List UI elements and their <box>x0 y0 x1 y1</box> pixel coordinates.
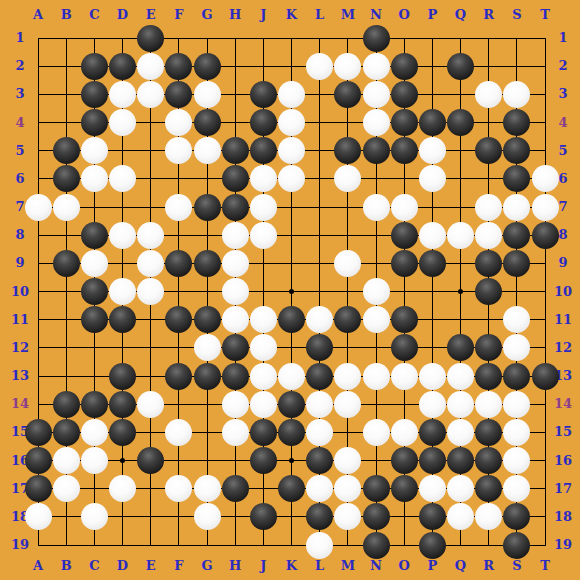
stone-S6[interactable] <box>503 165 530 192</box>
stone-H12[interactable] <box>222 334 249 361</box>
stone-L13[interactable] <box>306 363 333 390</box>
stone-O8[interactable] <box>391 222 418 249</box>
column-label-top-H: H <box>223 8 247 22</box>
stone-C2[interactable] <box>81 53 108 80</box>
stone-F13[interactable] <box>165 363 192 390</box>
stone-F11[interactable] <box>165 306 192 333</box>
column-label-bottom-T: T <box>533 559 557 573</box>
stone-G2[interactable] <box>194 53 221 80</box>
stone-K4[interactable] <box>278 109 305 136</box>
stone-A16[interactable] <box>25 447 52 474</box>
stone-B16[interactable] <box>53 447 80 474</box>
stone-R7[interactable] <box>475 194 502 221</box>
column-label-bottom-N: N <box>364 559 388 573</box>
stone-Q2[interactable] <box>447 53 474 80</box>
stone-D10[interactable] <box>109 278 136 305</box>
stone-M14[interactable] <box>334 391 361 418</box>
stone-L12[interactable] <box>306 334 333 361</box>
column-label-top-D: D <box>111 8 135 22</box>
stone-S3[interactable] <box>503 81 530 108</box>
row-label-left-11: 11 <box>8 313 32 327</box>
stone-G3[interactable] <box>194 81 221 108</box>
row-label-left-14: 14 <box>8 397 32 411</box>
stone-D14[interactable] <box>109 391 136 418</box>
stone-P4[interactable] <box>419 109 446 136</box>
stone-Q17[interactable] <box>447 475 474 502</box>
stone-J4[interactable] <box>250 109 277 136</box>
stone-T13[interactable] <box>532 363 559 390</box>
stone-N10[interactable] <box>363 278 390 305</box>
stone-O7[interactable] <box>391 194 418 221</box>
stone-M11[interactable] <box>334 306 361 333</box>
stone-S18[interactable] <box>503 503 530 530</box>
stone-T8[interactable] <box>532 222 559 249</box>
column-label-bottom-L: L <box>308 559 332 573</box>
row-label-left-12: 12 <box>8 341 32 355</box>
stone-F3[interactable] <box>165 81 192 108</box>
stone-H7[interactable] <box>222 194 249 221</box>
row-label-left-2: 2 <box>8 59 32 73</box>
stone-D13[interactable] <box>109 363 136 390</box>
stone-Q13[interactable] <box>447 363 474 390</box>
stone-C9[interactable] <box>81 250 108 277</box>
stone-G13[interactable] <box>194 363 221 390</box>
row-label-right-16: 16 <box>551 454 575 468</box>
stone-C11[interactable] <box>81 306 108 333</box>
stone-C3[interactable] <box>81 81 108 108</box>
stone-H17[interactable] <box>222 475 249 502</box>
stone-O9[interactable] <box>391 250 418 277</box>
stone-N7[interactable] <box>363 194 390 221</box>
grid-vline <box>545 38 546 546</box>
stone-E14[interactable] <box>137 391 164 418</box>
stone-S19[interactable] <box>503 532 530 559</box>
stone-S8[interactable] <box>503 222 530 249</box>
stone-N13[interactable] <box>363 363 390 390</box>
column-label-bottom-E: E <box>139 559 163 573</box>
stone-C8[interactable] <box>81 222 108 249</box>
stone-O4[interactable] <box>391 109 418 136</box>
stone-M6[interactable] <box>334 165 361 192</box>
row-label-right-17: 17 <box>551 482 575 496</box>
row-label-right-15: 15 <box>551 425 575 439</box>
column-label-top-E: E <box>139 8 163 22</box>
column-label-top-R: R <box>477 8 501 22</box>
stone-D17[interactable] <box>109 475 136 502</box>
stone-C10[interactable] <box>81 278 108 305</box>
row-label-left-5: 5 <box>8 144 32 158</box>
stone-N18[interactable] <box>363 503 390 530</box>
stone-N5[interactable] <box>363 137 390 164</box>
stone-K14[interactable] <box>278 391 305 418</box>
stone-R15[interactable] <box>475 419 502 446</box>
stone-G12[interactable] <box>194 334 221 361</box>
stone-C16[interactable] <box>81 447 108 474</box>
stone-C4[interactable] <box>81 109 108 136</box>
row-label-right-14: 14 <box>551 397 575 411</box>
stone-D6[interactable] <box>109 165 136 192</box>
stone-R17[interactable] <box>475 475 502 502</box>
stone-Q15[interactable] <box>447 419 474 446</box>
stone-P15[interactable] <box>419 419 446 446</box>
stone-A7[interactable] <box>25 194 52 221</box>
column-label-top-N: N <box>364 8 388 22</box>
stone-N4[interactable] <box>363 109 390 136</box>
stone-H8[interactable] <box>222 222 249 249</box>
stone-O5[interactable] <box>391 137 418 164</box>
column-label-bottom-O: O <box>392 559 416 573</box>
column-label-bottom-P: P <box>420 559 444 573</box>
stone-L19[interactable] <box>306 532 333 559</box>
stone-M3[interactable] <box>334 81 361 108</box>
stone-O17[interactable] <box>391 475 418 502</box>
stone-H5[interactable] <box>222 137 249 164</box>
stone-H10[interactable] <box>222 278 249 305</box>
column-label-bottom-G: G <box>195 559 219 573</box>
row-label-left-8: 8 <box>8 228 32 242</box>
stone-F17[interactable] <box>165 475 192 502</box>
stone-K3[interactable] <box>278 81 305 108</box>
column-label-top-Q: Q <box>449 8 473 22</box>
stone-R14[interactable] <box>475 391 502 418</box>
star-point-Q10 <box>458 289 463 294</box>
stone-G11[interactable] <box>194 306 221 333</box>
stone-S12[interactable] <box>503 334 530 361</box>
stone-C6[interactable] <box>81 165 108 192</box>
row-label-left-10: 10 <box>8 285 32 299</box>
stone-G7[interactable] <box>194 194 221 221</box>
stone-H15[interactable] <box>222 419 249 446</box>
stone-R16[interactable] <box>475 447 502 474</box>
stone-C18[interactable] <box>81 503 108 530</box>
stone-F2[interactable] <box>165 53 192 80</box>
grid-hline <box>38 545 546 546</box>
row-label-right-1: 1 <box>551 31 575 45</box>
stone-N3[interactable] <box>363 81 390 108</box>
stone-E2[interactable] <box>137 53 164 80</box>
column-label-bottom-C: C <box>82 559 106 573</box>
stone-S17[interactable] <box>503 475 530 502</box>
column-label-top-A: A <box>26 8 50 22</box>
stone-A18[interactable] <box>25 503 52 530</box>
stone-E10[interactable] <box>137 278 164 305</box>
stone-J6[interactable] <box>250 165 277 192</box>
stone-J18[interactable] <box>250 503 277 530</box>
stone-E3[interactable] <box>137 81 164 108</box>
stone-Q14[interactable] <box>447 391 474 418</box>
stone-N2[interactable] <box>363 53 390 80</box>
column-label-bottom-K: K <box>280 559 304 573</box>
stone-R9[interactable] <box>475 250 502 277</box>
row-label-left-13: 13 <box>8 369 32 383</box>
stone-J11[interactable] <box>250 306 277 333</box>
row-label-right-5: 5 <box>551 144 575 158</box>
stone-L11[interactable] <box>306 306 333 333</box>
stone-N19[interactable] <box>363 532 390 559</box>
stone-N15[interactable] <box>363 419 390 446</box>
row-label-left-4: 4 <box>8 116 32 130</box>
stone-Q16[interactable] <box>447 447 474 474</box>
stone-D8[interactable] <box>109 222 136 249</box>
row-label-left-3: 3 <box>8 87 32 101</box>
stone-M16[interactable] <box>334 447 361 474</box>
stone-L16[interactable] <box>306 447 333 474</box>
stone-B5[interactable] <box>53 137 80 164</box>
stone-R5[interactable] <box>475 137 502 164</box>
column-label-top-O: O <box>392 8 416 22</box>
stone-J13[interactable] <box>250 363 277 390</box>
stone-S14[interactable] <box>503 391 530 418</box>
go-board[interactable]: AA11BB22CC33DD44EE55FF66GG77HH88JJ99KK10… <box>0 0 580 580</box>
stone-S16[interactable] <box>503 447 530 474</box>
stone-F4[interactable] <box>165 109 192 136</box>
stone-S13[interactable] <box>503 363 530 390</box>
stone-J15[interactable] <box>250 419 277 446</box>
stone-B15[interactable] <box>53 419 80 446</box>
column-label-bottom-B: B <box>54 559 78 573</box>
stone-H13[interactable] <box>222 363 249 390</box>
stone-J3[interactable] <box>250 81 277 108</box>
stone-P6[interactable] <box>419 165 446 192</box>
stone-M17[interactable] <box>334 475 361 502</box>
stone-C14[interactable] <box>81 391 108 418</box>
row-label-right-12: 12 <box>551 341 575 355</box>
stone-J7[interactable] <box>250 194 277 221</box>
stone-P19[interactable] <box>419 532 446 559</box>
stone-P5[interactable] <box>419 137 446 164</box>
stone-A17[interactable] <box>25 475 52 502</box>
stone-D2[interactable] <box>109 53 136 80</box>
row-label-right-9: 9 <box>551 256 575 270</box>
stone-Q12[interactable] <box>447 334 474 361</box>
stone-Q18[interactable] <box>447 503 474 530</box>
stone-S5[interactable] <box>503 137 530 164</box>
row-label-right-4: 4 <box>551 116 575 130</box>
stone-C5[interactable] <box>81 137 108 164</box>
star-point-K10 <box>289 289 294 294</box>
stone-S15[interactable] <box>503 419 530 446</box>
column-label-bottom-M: M <box>336 559 360 573</box>
stone-N11[interactable] <box>363 306 390 333</box>
stone-K15[interactable] <box>278 419 305 446</box>
stone-E9[interactable] <box>137 250 164 277</box>
stone-M9[interactable] <box>334 250 361 277</box>
stone-M13[interactable] <box>334 363 361 390</box>
stone-Q4[interactable] <box>447 109 474 136</box>
column-label-top-J: J <box>251 8 275 22</box>
stone-S4[interactable] <box>503 109 530 136</box>
stone-A15[interactable] <box>25 419 52 446</box>
column-label-top-C: C <box>82 8 106 22</box>
stone-E16[interactable] <box>137 447 164 474</box>
stone-G18[interactable] <box>194 503 221 530</box>
stone-L17[interactable] <box>306 475 333 502</box>
stone-E1[interactable] <box>137 25 164 52</box>
stone-L14[interactable] <box>306 391 333 418</box>
column-label-top-B: B <box>54 8 78 22</box>
stone-G17[interactable] <box>194 475 221 502</box>
stone-J8[interactable] <box>250 222 277 249</box>
stone-H14[interactable] <box>222 391 249 418</box>
row-label-right-18: 18 <box>551 510 575 524</box>
stone-S7[interactable] <box>503 194 530 221</box>
stone-P8[interactable] <box>419 222 446 249</box>
stone-P13[interactable] <box>419 363 446 390</box>
row-label-right-3: 3 <box>551 87 575 101</box>
stone-T7[interactable] <box>532 194 559 221</box>
stone-F7[interactable] <box>165 194 192 221</box>
stone-G5[interactable] <box>194 137 221 164</box>
stone-P17[interactable] <box>419 475 446 502</box>
stone-F9[interactable] <box>165 250 192 277</box>
column-label-top-T: T <box>533 8 557 22</box>
stone-P14[interactable] <box>419 391 446 418</box>
stone-F5[interactable] <box>165 137 192 164</box>
stone-H11[interactable] <box>222 306 249 333</box>
stone-N1[interactable] <box>363 25 390 52</box>
stone-J14[interactable] <box>250 391 277 418</box>
stone-N17[interactable] <box>363 475 390 502</box>
stone-J12[interactable] <box>250 334 277 361</box>
stone-O16[interactable] <box>391 447 418 474</box>
stone-B9[interactable] <box>53 250 80 277</box>
stone-L18[interactable] <box>306 503 333 530</box>
stone-J5[interactable] <box>250 137 277 164</box>
column-label-top-P: P <box>420 8 444 22</box>
stone-H6[interactable] <box>222 165 249 192</box>
stone-S11[interactable] <box>503 306 530 333</box>
stone-P9[interactable] <box>419 250 446 277</box>
stone-O11[interactable] <box>391 306 418 333</box>
stone-K17[interactable] <box>278 475 305 502</box>
stone-D11[interactable] <box>109 306 136 333</box>
stone-E8[interactable] <box>137 222 164 249</box>
stone-R12[interactable] <box>475 334 502 361</box>
row-label-right-2: 2 <box>551 59 575 73</box>
stone-B17[interactable] <box>53 475 80 502</box>
column-label-bottom-H: H <box>223 559 247 573</box>
stone-O3[interactable] <box>391 81 418 108</box>
column-label-top-M: M <box>336 8 360 22</box>
stone-Q8[interactable] <box>447 222 474 249</box>
row-label-right-19: 19 <box>551 538 575 552</box>
stone-C15[interactable] <box>81 419 108 446</box>
stone-D4[interactable] <box>109 109 136 136</box>
stone-G4[interactable] <box>194 109 221 136</box>
stone-L15[interactable] <box>306 419 333 446</box>
row-label-right-10: 10 <box>551 285 575 299</box>
column-label-bottom-D: D <box>111 559 135 573</box>
stone-O2[interactable] <box>391 53 418 80</box>
stone-D3[interactable] <box>109 81 136 108</box>
stone-P16[interactable] <box>419 447 446 474</box>
stone-M18[interactable] <box>334 503 361 530</box>
stone-B6[interactable] <box>53 165 80 192</box>
column-label-top-K: K <box>280 8 304 22</box>
stone-S9[interactable] <box>503 250 530 277</box>
column-label-bottom-J: J <box>251 559 275 573</box>
column-label-bottom-S: S <box>505 559 529 573</box>
column-label-top-S: S <box>505 8 529 22</box>
stone-J16[interactable] <box>250 447 277 474</box>
column-label-bottom-A: A <box>26 559 50 573</box>
row-label-left-9: 9 <box>8 256 32 270</box>
stone-H9[interactable] <box>222 250 249 277</box>
stone-R13[interactable] <box>475 363 502 390</box>
stone-R3[interactable] <box>475 81 502 108</box>
stone-P18[interactable] <box>419 503 446 530</box>
stone-F15[interactable] <box>165 419 192 446</box>
stone-M2[interactable] <box>334 53 361 80</box>
stone-B14[interactable] <box>53 391 80 418</box>
column-label-bottom-Q: Q <box>449 559 473 573</box>
stone-K13[interactable] <box>278 363 305 390</box>
stone-R18[interactable] <box>475 503 502 530</box>
stone-B7[interactable] <box>53 194 80 221</box>
stone-O15[interactable] <box>391 419 418 446</box>
column-label-top-F: F <box>167 8 191 22</box>
row-label-left-19: 19 <box>8 538 32 552</box>
star-point-K16 <box>289 458 294 463</box>
row-label-right-11: 11 <box>551 313 575 327</box>
star-point-D16 <box>120 458 125 463</box>
stone-R8[interactable] <box>475 222 502 249</box>
row-label-left-1: 1 <box>8 31 32 45</box>
stone-T6[interactable] <box>532 165 559 192</box>
stone-R10[interactable] <box>475 278 502 305</box>
stone-G9[interactable] <box>194 250 221 277</box>
stone-K6[interactable] <box>278 165 305 192</box>
stone-D15[interactable] <box>109 419 136 446</box>
stone-O12[interactable] <box>391 334 418 361</box>
stone-O13[interactable] <box>391 363 418 390</box>
stone-K11[interactable] <box>278 306 305 333</box>
stone-L2[interactable] <box>306 53 333 80</box>
column-label-bottom-F: F <box>167 559 191 573</box>
column-label-bottom-R: R <box>477 559 501 573</box>
stone-M5[interactable] <box>334 137 361 164</box>
column-label-top-G: G <box>195 8 219 22</box>
stone-K5[interactable] <box>278 137 305 164</box>
row-label-left-6: 6 <box>8 172 32 186</box>
column-label-top-L: L <box>308 8 332 22</box>
